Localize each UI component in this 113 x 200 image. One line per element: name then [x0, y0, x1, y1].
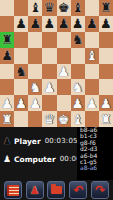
redo-button[interactable]: ↷	[91, 181, 109, 199]
square-c2[interactable]: ♟	[28, 95, 42, 111]
square-f3[interactable]: ♞	[71, 79, 85, 95]
chess-board[interactable]: ♝♛♚♝♜♟♟♟♟♟♟♟♜♞♟♝♞♟♞♟♞♟♟♟♟♟♟♜♛♚♝♜	[0, 0, 113, 127]
white-pawn-piece: ♟	[58, 64, 70, 77]
square-a4[interactable]	[0, 64, 14, 80]
square-e2[interactable]	[57, 95, 71, 111]
square-b4[interactable]: ♞	[14, 64, 28, 80]
square-c5[interactable]	[28, 48, 42, 64]
square-e8[interactable]: ♚	[57, 0, 71, 16]
square-e7[interactable]: ♟	[57, 16, 71, 32]
square-d5[interactable]	[42, 48, 56, 64]
square-h3[interactable]	[99, 79, 113, 95]
white-bishop-piece: ♝	[86, 49, 98, 62]
black-king-piece: ♚	[58, 1, 70, 14]
square-c6[interactable]	[28, 32, 42, 48]
square-c8[interactable]: ♝	[28, 0, 42, 16]
square-f7[interactable]: ♟	[71, 16, 85, 32]
square-a6[interactable]: ♜	[0, 32, 14, 48]
info-panel: ♟Player00:03:05♟Computer00:00:01 b8-a6b1…	[0, 127, 113, 200]
square-d1[interactable]: ♛	[42, 111, 56, 127]
square-d6[interactable]	[42, 32, 56, 48]
square-g2[interactable]: ♟	[85, 95, 99, 111]
white-knight-piece: ♞	[29, 80, 41, 93]
black-pawn-piece: ♟	[58, 17, 70, 30]
square-c3[interactable]: ♞	[28, 79, 42, 95]
square-h7[interactable]: ♟	[99, 16, 113, 32]
list-icon	[7, 185, 19, 196]
black-pawn-piece: ♟	[15, 17, 27, 30]
black-pawn-icon: ♟	[3, 137, 11, 146]
square-b7[interactable]: ♟	[14, 16, 28, 32]
square-g7[interactable]: ♟	[85, 16, 99, 32]
open-game-button[interactable]	[47, 181, 65, 199]
square-g8[interactable]	[85, 0, 99, 16]
player-name: Player	[14, 137, 41, 146]
square-e3[interactable]	[57, 79, 71, 95]
black-queen-piece: ♛	[44, 1, 56, 14]
chess-piece-icon: ♟	[30, 185, 40, 196]
square-h1[interactable]: ♜	[99, 111, 113, 127]
square-h2[interactable]: ♟	[99, 95, 113, 111]
square-d3[interactable]: ♟	[42, 79, 56, 95]
square-f2[interactable]: ♟	[71, 95, 85, 111]
square-b8[interactable]	[14, 0, 28, 16]
black-pawn-piece: ♟	[1, 49, 13, 62]
black-pawn-piece: ♟	[29, 17, 41, 30]
white-rook-piece: ♜	[100, 112, 112, 125]
black-rook-piece: ♜	[100, 1, 112, 14]
move-list-button[interactable]	[4, 181, 22, 199]
square-h6[interactable]	[99, 32, 113, 48]
white-king-piece: ♚	[58, 112, 70, 125]
white-pawn-icon: ♟	[3, 155, 11, 164]
square-f1[interactable]: ♝	[71, 111, 85, 127]
black-pawn-piece: ♟	[100, 17, 112, 30]
undo-button[interactable]: ↶	[69, 181, 87, 199]
black-pawn-piece: ♟	[86, 17, 98, 30]
square-f5[interactable]	[71, 48, 85, 64]
undo-arrow-icon: ↶	[73, 184, 83, 196]
setup-button[interactable]: ♟	[26, 181, 44, 199]
square-d4[interactable]	[42, 64, 56, 80]
square-g6[interactable]	[85, 32, 99, 48]
square-b5[interactable]	[14, 48, 28, 64]
square-b1[interactable]	[14, 111, 28, 127]
square-g5[interactable]: ♝	[85, 48, 99, 64]
white-rook-piece: ♜	[1, 112, 13, 125]
square-f6[interactable]: ♞	[71, 32, 85, 48]
black-knight-piece: ♞	[15, 64, 27, 77]
black-pawn-piece: ♟	[44, 17, 56, 30]
move-entry: a8-a6	[80, 164, 113, 171]
square-a3[interactable]	[0, 79, 14, 95]
square-h5[interactable]	[99, 48, 113, 64]
folder-icon	[51, 186, 62, 194]
square-f8[interactable]: ♝	[71, 0, 85, 16]
square-d7[interactable]: ♟	[42, 16, 56, 32]
square-a2[interactable]: ♟	[0, 95, 14, 111]
square-e5[interactable]	[57, 48, 71, 64]
redo-arrow-icon: ↷	[95, 184, 105, 196]
square-h8[interactable]: ♜	[99, 0, 113, 16]
toolbar: ♟↶↷	[0, 181, 113, 199]
move-list[interactable]: b8-a6b1-c3g8-f6d2-d3a6-b4c1-g5a8-a6	[77, 127, 113, 180]
square-d8[interactable]: ♛	[42, 0, 56, 16]
black-bishop-piece: ♝	[29, 1, 41, 14]
player-clock: 00:03:05	[45, 137, 78, 145]
square-g3[interactable]	[85, 79, 99, 95]
square-c1[interactable]	[28, 111, 42, 127]
square-h4[interactable]	[99, 64, 113, 80]
square-b3[interactable]	[14, 79, 28, 95]
white-pawn-piece: ♟	[1, 96, 13, 109]
white-pawn-piece: ♟	[29, 96, 41, 109]
white-pawn-piece: ♟	[15, 96, 27, 109]
square-e6[interactable]	[57, 32, 71, 48]
square-e1[interactable]: ♚	[57, 111, 71, 127]
square-c4[interactable]	[28, 64, 42, 80]
square-a5[interactable]: ♟	[0, 48, 14, 64]
white-pawn-piece: ♟	[100, 96, 112, 109]
white-bishop-piece: ♝	[72, 112, 84, 125]
square-g4[interactable]	[85, 64, 99, 80]
white-queen-piece: ♛	[44, 112, 56, 125]
square-f4[interactable]	[71, 64, 85, 80]
square-b6[interactable]	[14, 32, 28, 48]
square-a7[interactable]	[0, 16, 14, 32]
square-a8[interactable]	[0, 0, 14, 16]
white-pawn-piece: ♟	[44, 80, 56, 93]
black-pawn-piece: ♟	[72, 17, 84, 30]
black-knight-piece: ♞	[72, 33, 84, 46]
white-knight-piece: ♞	[72, 80, 84, 93]
black-rook-piece: ♜	[1, 33, 13, 46]
square-c7[interactable]: ♟	[28, 16, 42, 32]
black-bishop-piece: ♝	[72, 1, 84, 14]
white-pawn-piece: ♟	[72, 96, 84, 109]
square-a1[interactable]: ♜	[0, 111, 14, 127]
player-name: Computer	[14, 155, 56, 164]
square-e4[interactable]: ♟	[57, 64, 71, 80]
white-pawn-piece: ♟	[86, 96, 98, 109]
square-b2[interactable]: ♟	[14, 95, 28, 111]
square-d2[interactable]	[42, 95, 56, 111]
square-g1[interactable]	[85, 111, 99, 127]
